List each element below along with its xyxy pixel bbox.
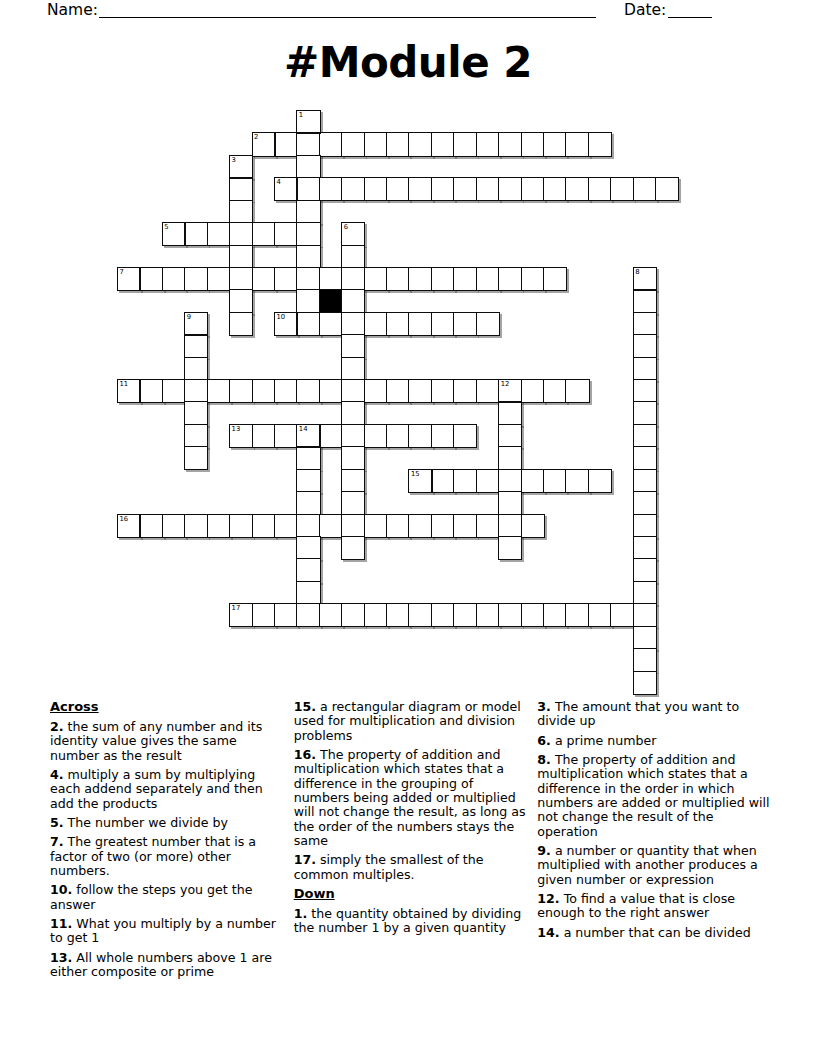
clue-item-number: 14. (537, 925, 559, 940)
clue-item-number: 2. (50, 719, 64, 734)
grid-cell[interactable] (274, 424, 298, 448)
clue-item: 8. The property of addition and multipli… (537, 753, 772, 839)
grid-cell[interactable] (498, 514, 522, 538)
grid-cell[interactable] (341, 334, 365, 358)
clue-item-number: 3. (537, 699, 551, 714)
clue-item: 10. follow the steps you get the answer (50, 883, 285, 912)
grid-cell[interactable] (229, 289, 253, 313)
grid-cell[interactable] (386, 514, 410, 538)
grid-cell[interactable] (229, 222, 253, 246)
name-line (99, 3, 596, 18)
grid-cell[interactable] (341, 469, 365, 493)
grid-cell[interactable] (565, 177, 589, 201)
clue-number: 2 (254, 133, 258, 141)
grid-cell[interactable] (633, 514, 657, 538)
clue-item: 5. The number we divide by (50, 816, 285, 830)
grid-cell[interactable] (431, 132, 455, 156)
clue-item-number: 7. (50, 834, 64, 849)
grid-cell[interactable] (543, 132, 567, 156)
clue-number: 16 (120, 515, 129, 523)
grid-cell[interactable] (521, 177, 545, 201)
numbered-cell[interactable]: 4 (274, 177, 298, 201)
grid-cell[interactable] (633, 491, 657, 515)
grid-cell[interactable] (633, 446, 657, 470)
grid-cell[interactable] (296, 222, 320, 246)
clue-item-number: 8. (537, 752, 551, 767)
grid-cell[interactable] (364, 177, 388, 201)
grid-cell[interactable] (588, 603, 612, 627)
grid-cell[interactable] (476, 132, 500, 156)
grid-cell[interactable] (543, 177, 567, 201)
grid-cell[interactable] (364, 132, 388, 156)
grid-cell[interactable] (521, 469, 545, 493)
grid-cell[interactable] (364, 514, 388, 538)
grid-cell[interactable] (408, 267, 432, 291)
grid-cell[interactable] (453, 312, 477, 336)
grid-cell[interactable] (341, 424, 365, 448)
grid-cell[interactable] (274, 267, 298, 291)
clue-number: 4 (276, 178, 280, 186)
grid-cell[interactable] (610, 603, 634, 627)
name-label: Name: (47, 1, 98, 19)
worksheet-page: Name: Date: #Module 2 123456789101112131… (0, 0, 816, 1056)
grid-cell[interactable] (162, 514, 186, 538)
grid-cell[interactable] (274, 132, 298, 156)
grid-cell[interactable] (229, 379, 253, 403)
clue-item-number: 15. (294, 699, 316, 714)
clue-item-number: 12. (537, 891, 559, 906)
grid-cell[interactable] (498, 603, 522, 627)
grid-cell[interactable] (296, 155, 320, 179)
grid-cell[interactable] (386, 132, 410, 156)
grid-cell[interactable] (341, 245, 365, 269)
grid-cell[interactable] (296, 446, 320, 470)
grid-cell[interactable] (364, 312, 388, 336)
grid-cell[interactable] (229, 245, 253, 269)
grid-cell[interactable] (319, 514, 343, 538)
grid-cell[interactable] (498, 469, 522, 493)
grid-cell[interactable] (476, 177, 500, 201)
grid-cell[interactable] (588, 132, 612, 156)
grid-cell[interactable] (498, 177, 522, 201)
grid-cell[interactable] (296, 491, 320, 515)
grid-cell[interactable] (431, 514, 455, 538)
grid-cell[interactable] (296, 536, 320, 560)
grid-cell[interactable] (408, 312, 432, 336)
grid-cell[interactable] (633, 671, 657, 695)
grid-cell[interactable] (252, 379, 276, 403)
clue-item-number: 10. (50, 882, 72, 897)
grid-cell[interactable] (588, 177, 612, 201)
clue-number: 7 (120, 268, 124, 276)
grid-cell[interactable] (341, 603, 365, 627)
grid-cell[interactable] (319, 424, 343, 448)
clue-item: 13. All whole numbers above 1 are either… (50, 951, 285, 980)
clues-section: Across2. the sum of any number and its i… (50, 700, 772, 992)
grid-cell[interactable] (184, 357, 208, 381)
numbered-cell[interactable]: 6 (341, 222, 365, 246)
grid-cell[interactable] (296, 177, 320, 201)
grid-cell[interactable] (274, 514, 298, 538)
grid-cell[interactable] (296, 469, 320, 493)
grid-cell[interactable] (139, 267, 163, 291)
grid-cell[interactable] (633, 603, 657, 627)
grid-cell[interactable] (543, 379, 567, 403)
numbered-cell[interactable]: 14 (296, 424, 320, 448)
grid-cell[interactable] (633, 379, 657, 403)
grid-cell[interactable] (319, 177, 343, 201)
clue-item: 1. the quantity obtained by dividing the… (294, 907, 529, 936)
grid-cell[interactable] (498, 446, 522, 470)
grid-cell[interactable] (633, 424, 657, 448)
grid-cell[interactable] (498, 536, 522, 560)
grid-cell[interactable] (252, 267, 276, 291)
grid-cell[interactable] (229, 200, 253, 224)
grid-cell[interactable] (498, 424, 522, 448)
grid-cell[interactable] (319, 267, 343, 291)
grid-cell[interactable] (184, 424, 208, 448)
grid-cell[interactable] (408, 379, 432, 403)
grid-cell[interactable] (139, 379, 163, 403)
grid-cell[interactable] (521, 267, 545, 291)
clue-item: 2. the sum of any number and its identit… (50, 720, 285, 763)
grid-cell[interactable] (184, 267, 208, 291)
clue-number: 8 (635, 268, 639, 276)
clue-item: 4. multiply a sum by multiplying each ad… (50, 768, 285, 811)
grid-cell[interactable] (319, 603, 343, 627)
grid-cell[interactable] (341, 401, 365, 425)
grid-cell[interactable] (633, 312, 657, 336)
clue-item: 15. a rectangular diagram or model used … (294, 700, 529, 743)
grid-cell[interactable] (408, 424, 432, 448)
clue-item: 9. a number or quantity that when multip… (537, 844, 772, 887)
grid-cell[interactable] (162, 267, 186, 291)
grid-cell[interactable] (296, 558, 320, 582)
clue-number: 5 (164, 223, 168, 231)
grid-cell[interactable] (386, 603, 410, 627)
grid-cell[interactable] (296, 581, 320, 605)
grid-cell[interactable] (229, 312, 253, 336)
grid-cell[interactable] (364, 424, 388, 448)
grid-cell[interactable] (341, 132, 365, 156)
clue-number: 1 (299, 111, 303, 119)
grid-cell[interactable] (521, 132, 545, 156)
grid-cell[interactable] (476, 514, 500, 538)
date-label: Date: (624, 1, 666, 19)
clue-item: 3. The amount that you want to divide up (537, 700, 772, 729)
grid-cell[interactable] (431, 379, 455, 403)
grid-cell[interactable] (408, 132, 432, 156)
grid-cell[interactable] (274, 379, 298, 403)
clue-item-number: 17. (294, 852, 316, 867)
grid-cell[interactable] (498, 267, 522, 291)
numbered-cell[interactable]: 10 (274, 312, 298, 336)
page-title: #Module 2 (0, 38, 816, 87)
grid-cell[interactable] (341, 536, 365, 560)
clue-item-number: 5. (50, 815, 64, 830)
numbered-cell[interactable]: 12 (498, 379, 522, 403)
grid-cell[interactable] (565, 603, 589, 627)
grid-cell[interactable] (341, 491, 365, 515)
grid-cell[interactable] (364, 267, 388, 291)
grid-cell[interactable] (296, 379, 320, 403)
grid-cell[interactable] (633, 334, 657, 358)
grid-cell[interactable] (184, 514, 208, 538)
grid-cell[interactable] (655, 177, 679, 201)
clue-item: 16. The property of addition and multipl… (294, 748, 529, 848)
grid-cell[interactable] (633, 581, 657, 605)
grid-cell[interactable] (476, 267, 500, 291)
clue-item-number: 13. (50, 950, 72, 965)
clue-item-number: 9. (537, 843, 551, 858)
grid-cell[interactable] (476, 603, 500, 627)
grid-cell[interactable] (341, 267, 365, 291)
numbered-cell[interactable]: 11 (117, 379, 141, 403)
numbered-cell[interactable]: 3 (229, 155, 253, 179)
grid-cell[interactable] (633, 401, 657, 425)
grid-cell[interactable] (610, 177, 634, 201)
across-header: Across (50, 700, 285, 715)
grid-cell[interactable] (521, 514, 545, 538)
grid-cell[interactable] (341, 177, 365, 201)
clue-number: 3 (232, 156, 236, 164)
grid-cell[interactable] (476, 312, 500, 336)
grid-cell[interactable] (565, 379, 589, 403)
grid-cell[interactable] (453, 514, 477, 538)
grid-cell[interactable] (386, 379, 410, 403)
grid-cell[interactable] (296, 289, 320, 313)
grid-cell[interactable] (296, 245, 320, 269)
clue-item-number: 1. (294, 906, 308, 921)
grid-cell[interactable] (386, 177, 410, 201)
grid-cell[interactable] (341, 514, 365, 538)
grid-cell[interactable] (341, 289, 365, 313)
clue-item: 11. What you multiply by a number to get… (50, 917, 285, 946)
grid-cell[interactable] (341, 357, 365, 381)
clue-item: 12. To find a value that is close enough… (537, 892, 772, 921)
grid-cell[interactable] (252, 603, 276, 627)
grid-cell[interactable] (319, 132, 343, 156)
clue-item-number: 6. (537, 733, 551, 748)
grid-cell[interactable] (364, 379, 388, 403)
grid-cell[interactable] (431, 469, 455, 493)
grid-cell[interactable] (633, 558, 657, 582)
grid-cell[interactable] (431, 267, 455, 291)
clue-number: 12 (501, 380, 510, 388)
clue-item-number: 4. (50, 767, 64, 782)
grid-cell[interactable] (252, 222, 276, 246)
grid-cell[interactable] (207, 514, 231, 538)
grid-cell[interactable] (498, 401, 522, 425)
grid-cell[interactable] (184, 401, 208, 425)
grid-cell[interactable] (184, 222, 208, 246)
grid-cell[interactable] (521, 379, 545, 403)
clue-item-number: 16. (294, 747, 316, 762)
grid-cell[interactable] (184, 379, 208, 403)
grid-cell[interactable] (341, 312, 365, 336)
grid-cell[interactable] (408, 514, 432, 538)
grid-cell[interactable] (319, 379, 343, 403)
grid-cell[interactable] (633, 289, 657, 313)
grid-cell[interactable] (588, 469, 612, 493)
numbered-cell[interactable]: 15 (408, 469, 432, 493)
grid-cell[interactable] (453, 177, 477, 201)
grid-cell[interactable] (274, 222, 298, 246)
grid-cell[interactable] (296, 514, 320, 538)
grid-cell[interactable] (565, 469, 589, 493)
grid-cell[interactable] (207, 379, 231, 403)
clue-item: 14. a number that can be divided (537, 926, 772, 940)
numbered-cell[interactable]: 7 (117, 267, 141, 291)
grid-cell[interactable] (274, 603, 298, 627)
grid-cell[interactable] (633, 648, 657, 672)
clue-number: 17 (232, 604, 241, 612)
clue-item: 7. The greatest number that is a factor … (50, 835, 285, 878)
grid-cell[interactable] (633, 357, 657, 381)
grid-cell[interactable] (252, 514, 276, 538)
grid-cell[interactable] (229, 514, 253, 538)
clue-item: 17. simply the smallest of the common mu… (294, 853, 529, 882)
grid-cell[interactable] (139, 514, 163, 538)
grid-cell[interactable] (565, 132, 589, 156)
grid-cell[interactable] (498, 132, 522, 156)
grid-cell[interactable] (453, 469, 477, 493)
grid-cell[interactable] (543, 603, 567, 627)
down-header: Down (294, 887, 529, 902)
grid-cell[interactable] (431, 603, 455, 627)
grid-cell[interactable] (252, 424, 276, 448)
grid-cell[interactable] (364, 603, 388, 627)
numbered-cell[interactable]: 9 (184, 312, 208, 336)
clue-item-number: 11. (50, 916, 72, 931)
grid-cell[interactable] (386, 312, 410, 336)
clue-number: 9 (187, 313, 191, 321)
clue-number: 14 (299, 425, 308, 433)
clue-number: 6 (344, 223, 348, 231)
grid-cell[interactable] (296, 132, 320, 156)
grid-cell[interactable] (229, 177, 253, 201)
numbered-cell[interactable]: 17 (229, 603, 253, 627)
grid-cell[interactable] (521, 603, 545, 627)
grid-cell[interactable] (633, 626, 657, 650)
grid-cell[interactable] (207, 267, 231, 291)
grid-cell[interactable] (431, 177, 455, 201)
grid-cell[interactable] (543, 267, 567, 291)
grid-cell[interactable] (453, 603, 477, 627)
black-cell (319, 289, 343, 313)
grid-cell[interactable] (408, 603, 432, 627)
grid-cell[interactable] (296, 603, 320, 627)
grid-cell[interactable] (431, 312, 455, 336)
grid-cell[interactable] (207, 222, 231, 246)
grid-cell[interactable] (408, 177, 432, 201)
crossword-grid: 1234567891011121314151617 (117, 110, 682, 696)
clue-number: 10 (276, 313, 285, 321)
grid-cell[interactable] (386, 424, 410, 448)
grid-cell[interactable] (296, 200, 320, 224)
grid-cell[interactable] (633, 177, 657, 201)
grid-cell[interactable] (184, 334, 208, 358)
clue-item: 6. a prime number (537, 734, 772, 748)
clue-number: 15 (411, 470, 420, 478)
grid-cell[interactable] (476, 469, 500, 493)
clue-number: 13 (232, 425, 241, 433)
grid-cell[interactable] (633, 469, 657, 493)
grid-cell[interactable] (296, 312, 320, 336)
grid-cell[interactable] (543, 469, 567, 493)
grid-cell[interactable] (453, 132, 477, 156)
grid-cell[interactable] (453, 424, 477, 448)
grid-cell[interactable] (453, 379, 477, 403)
numbered-cell[interactable]: 2 (252, 132, 276, 156)
numbered-cell[interactable]: 1 (296, 110, 320, 134)
grid-cell[interactable] (319, 312, 343, 336)
date-line (668, 3, 712, 18)
numbered-cell[interactable]: 13 (229, 424, 253, 448)
numbered-cell[interactable]: 16 (117, 514, 141, 538)
grid-cell[interactable] (341, 379, 365, 403)
clue-number: 11 (120, 380, 129, 388)
grid-cell[interactable] (476, 379, 500, 403)
grid-cell[interactable] (431, 424, 455, 448)
numbered-cell[interactable]: 8 (633, 267, 657, 291)
grid-cell[interactable] (162, 379, 186, 403)
grid-cell[interactable] (229, 267, 253, 291)
numbered-cell[interactable]: 5 (162, 222, 186, 246)
grid-cell[interactable] (341, 446, 365, 470)
grid-cell[interactable] (453, 267, 477, 291)
grid-cell[interactable] (184, 446, 208, 470)
grid-cell[interactable] (296, 267, 320, 291)
grid-cell[interactable] (633, 536, 657, 560)
grid-cell[interactable] (498, 491, 522, 515)
grid-cell[interactable] (386, 267, 410, 291)
